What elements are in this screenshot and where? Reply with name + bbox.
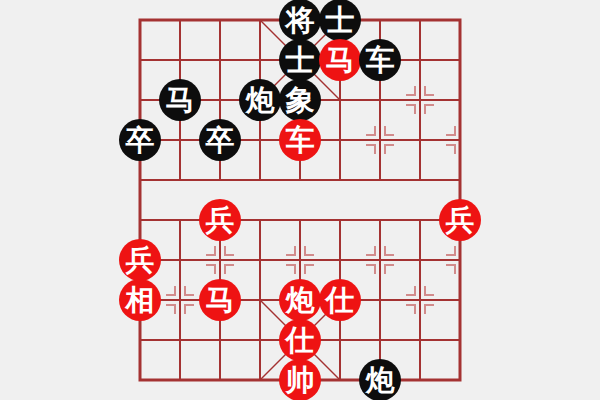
red-general-piece[interactable]: 帅	[279, 359, 321, 400]
red-advisor-1-piece[interactable]: 仕	[319, 279, 361, 321]
red-cannon-piece[interactable]: 炮	[279, 279, 321, 321]
black-advisor-2-piece[interactable]: 士	[279, 39, 321, 81]
xiangqi-board: 将士士马车马炮象卒卒车兵兵兵相马炮仕仕帅炮	[120, 0, 480, 400]
black-soldier-2-piece[interactable]: 卒	[199, 119, 241, 161]
red-advisor-2-piece[interactable]: 仕	[279, 319, 321, 361]
red-soldier-2-piece[interactable]: 兵	[439, 199, 481, 241]
black-advisor-1-piece[interactable]: 士	[319, 0, 361, 41]
red-soldier-1-piece[interactable]: 兵	[199, 199, 241, 241]
black-chariot-piece[interactable]: 车	[359, 39, 401, 81]
red-soldier-3-piece[interactable]: 兵	[119, 239, 161, 281]
red-horse-1-piece[interactable]: 马	[319, 39, 361, 81]
black-cannon-2-piece[interactable]: 炮	[359, 359, 401, 400]
page-background: 将士士马车马炮象卒卒车兵兵兵相马炮仕仕帅炮	[0, 0, 600, 400]
black-general-piece[interactable]: 将	[279, 0, 321, 41]
black-cannon-1-piece[interactable]: 炮	[239, 79, 281, 121]
black-soldier-1-piece[interactable]: 卒	[119, 119, 161, 161]
black-elephant-piece[interactable]: 象	[279, 79, 321, 121]
red-elephant-piece[interactable]: 相	[119, 279, 161, 321]
black-horse-piece[interactable]: 马	[159, 79, 201, 121]
red-horse-2-piece[interactable]: 马	[199, 279, 241, 321]
red-chariot-piece[interactable]: 车	[279, 119, 321, 161]
